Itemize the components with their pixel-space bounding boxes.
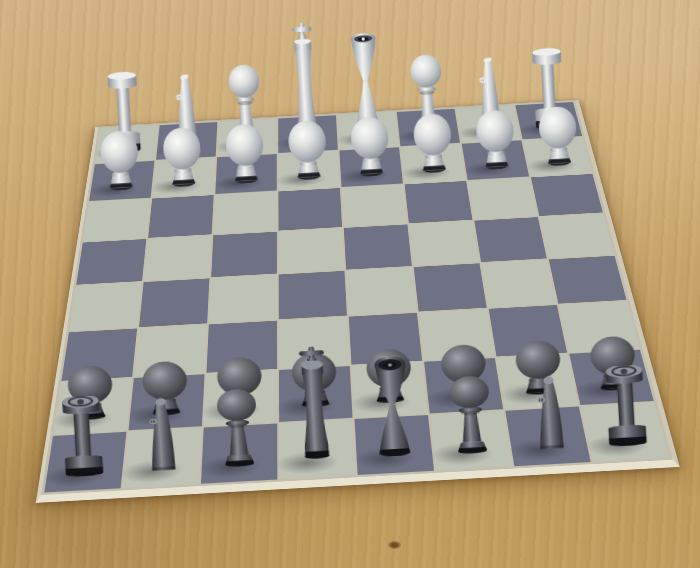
chess-board <box>36 100 680 503</box>
piece-black-king[interactable] <box>285 344 343 465</box>
square-d8[interactable] <box>355 415 435 475</box>
piece-white-pawn[interactable] <box>535 105 580 168</box>
piece-white-pawn[interactable] <box>285 119 330 182</box>
square-g8[interactable] <box>123 428 202 489</box>
square-f2[interactable] <box>215 154 276 194</box>
piece-black-queen[interactable] <box>361 356 424 461</box>
square-b3[interactable] <box>468 177 538 219</box>
square-e8[interactable] <box>279 419 356 479</box>
square-e2[interactable] <box>278 151 340 191</box>
square-b4[interactable] <box>474 217 547 262</box>
square-a4[interactable] <box>540 213 615 258</box>
piece-black-knight[interactable] <box>522 371 574 452</box>
square-c8[interactable] <box>430 411 512 471</box>
piece-white-pawn[interactable] <box>410 112 455 175</box>
square-e4[interactable] <box>279 228 345 273</box>
square-h8[interactable] <box>44 432 126 493</box>
square-c2[interactable] <box>401 144 466 184</box>
piece-white-pawn[interactable] <box>160 126 205 189</box>
square-h5[interactable] <box>69 282 142 331</box>
square-f5[interactable] <box>209 275 277 324</box>
piece-white-pawn[interactable] <box>348 115 393 178</box>
square-g3[interactable] <box>148 195 214 238</box>
piece-black-knight[interactable] <box>134 392 186 473</box>
square-h3[interactable] <box>83 199 151 242</box>
square-b2[interactable] <box>462 140 529 180</box>
square-b8[interactable] <box>505 407 590 467</box>
square-a5[interactable] <box>549 256 627 304</box>
square-h4[interactable] <box>76 239 146 285</box>
square-b5[interactable] <box>481 260 556 308</box>
piece-white-pawn[interactable] <box>97 129 142 192</box>
piece-black-rook[interactable] <box>52 395 112 479</box>
square-d2[interactable] <box>339 147 403 187</box>
square-c4[interactable] <box>409 221 479 266</box>
piece-black-bishop[interactable] <box>209 382 265 469</box>
square-h2[interactable] <box>89 161 154 201</box>
piece-black-rook[interactable] <box>596 364 656 448</box>
square-c3[interactable] <box>405 181 473 223</box>
square-c5[interactable] <box>414 263 487 311</box>
piece-white-pawn[interactable] <box>222 122 267 185</box>
square-f3[interactable] <box>213 192 277 235</box>
square-f8[interactable] <box>201 423 277 483</box>
square-a3[interactable] <box>531 174 603 216</box>
square-a2[interactable] <box>523 137 592 177</box>
square-a8[interactable] <box>581 402 669 462</box>
square-d5[interactable] <box>346 267 417 315</box>
piece-white-pawn[interactable] <box>473 108 518 171</box>
square-g5[interactable] <box>139 278 209 327</box>
square-d3[interactable] <box>342 185 408 227</box>
square-d4[interactable] <box>344 224 412 269</box>
square-f4[interactable] <box>211 232 277 277</box>
square-g2[interactable] <box>152 157 215 197</box>
board-tilt-wrapper <box>0 0 700 568</box>
photo-scene <box>0 0 700 568</box>
square-e5[interactable] <box>279 271 347 319</box>
square-e3[interactable] <box>278 188 342 231</box>
square-g4[interactable] <box>144 235 212 281</box>
piece-black-bishop[interactable] <box>442 369 498 456</box>
